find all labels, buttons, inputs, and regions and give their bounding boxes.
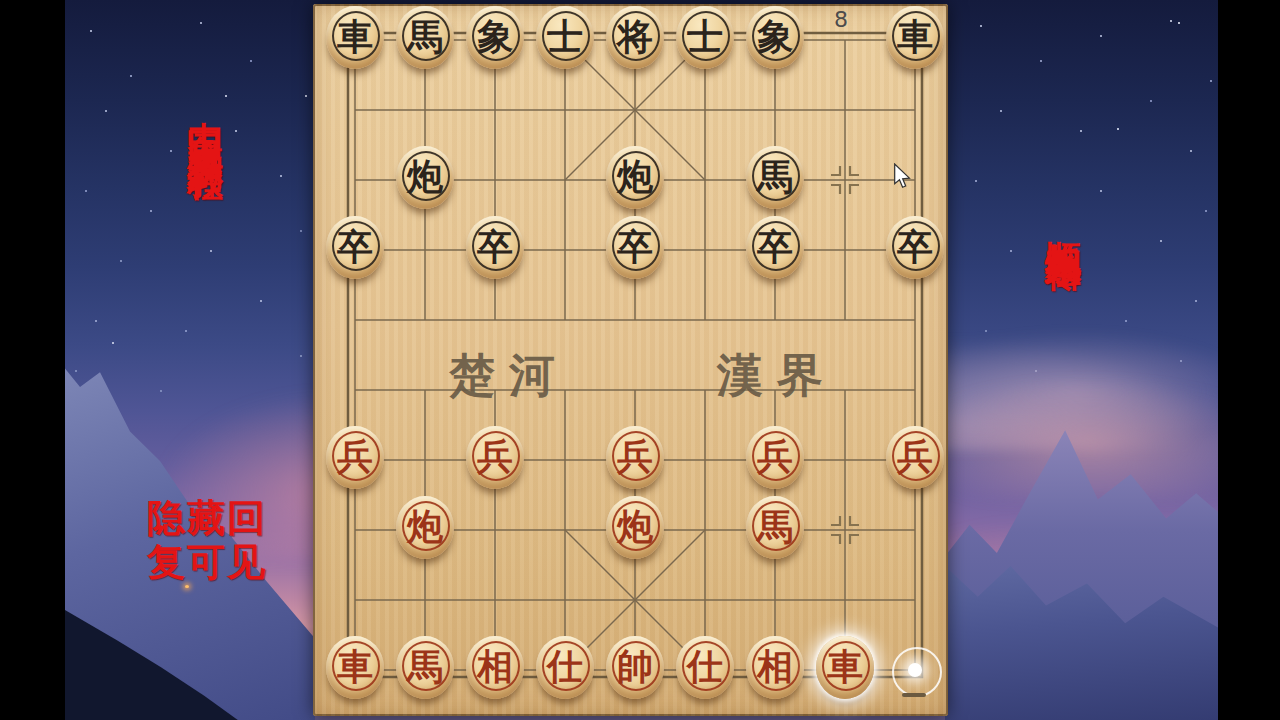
piece-black-elephant[interactable]: 象: [466, 6, 524, 69]
piece-glyph: 相: [466, 639, 524, 695]
piece-glyph: 卒: [886, 219, 944, 275]
piece-black-cannon[interactable]: 炮: [606, 146, 664, 209]
piece-glyph: 車: [816, 639, 874, 695]
edge-dash: [902, 693, 926, 697]
piece-glyph: 兵: [886, 429, 944, 485]
piece-red-general[interactable]: 帥: [606, 636, 664, 699]
piece-glyph: 炮: [606, 149, 664, 205]
piece-black-advisor[interactable]: 士: [676, 6, 734, 69]
letterbox-left: [0, 0, 65, 720]
bottom-caption-line1: 隐藏回: [147, 496, 277, 540]
board-grid: [313, 4, 948, 716]
piece-black-cannon[interactable]: 炮: [396, 146, 454, 209]
piece-glyph: 兵: [606, 429, 664, 485]
piece-glyph: 馬: [396, 639, 454, 695]
piece-black-elephant[interactable]: 象: [746, 6, 804, 69]
piece-black-soldier[interactable]: 卒: [606, 216, 664, 279]
piece-glyph: 車: [886, 9, 944, 65]
piece-glyph: 兵: [746, 429, 804, 485]
piece-black-soldier[interactable]: 卒: [466, 216, 524, 279]
piece-red-cannon[interactable]: 炮: [396, 496, 454, 559]
piece-black-soldier[interactable]: 卒: [746, 216, 804, 279]
piece-red-horse[interactable]: 馬: [396, 636, 454, 699]
piece-black-soldier[interactable]: 卒: [326, 216, 384, 279]
screen: 中国象棋系列教程 顺炮系列专辑 隐藏回 复可见: [0, 0, 1280, 720]
piece-glyph: 卒: [606, 219, 664, 275]
piece-red-soldier[interactable]: 兵: [886, 426, 944, 489]
piece-glyph: 兵: [466, 429, 524, 485]
piece-glyph: 象: [746, 9, 804, 65]
piece-red-rook[interactable]: 車: [326, 636, 384, 699]
piece-glyph: 兵: [326, 429, 384, 485]
move-origin-marker: [892, 647, 942, 697]
mouse-cursor: [893, 163, 913, 190]
piece-red-rook[interactable]: 車: [816, 636, 874, 699]
star-field: [65, 0, 67, 2]
piece-red-elephant[interactable]: 相: [466, 636, 524, 699]
xiangqi-board[interactable]: 楚河 漢界 8 車馬象士将士象車炮炮馬卒卒卒卒卒兵兵兵兵兵炮炮馬車馬相仕帥仕相車: [313, 4, 948, 716]
letterbox-right: [1218, 0, 1280, 720]
piece-glyph: 馬: [746, 149, 804, 205]
piece-glyph: 卒: [466, 219, 524, 275]
move-origin-dot: [908, 663, 922, 677]
piece-black-horse[interactable]: 馬: [746, 146, 804, 209]
piece-red-advisor[interactable]: 仕: [536, 636, 594, 699]
point-marker-icon: [827, 162, 863, 198]
piece-glyph: 仕: [676, 639, 734, 695]
piece-glyph: 象: [466, 9, 524, 65]
piece-glyph: 帥: [606, 639, 664, 695]
piece-red-soldier[interactable]: 兵: [466, 426, 524, 489]
right-caption: 顺炮系列专辑: [1038, 212, 1087, 230]
piece-glyph: 車: [326, 9, 384, 65]
piece-glyph: 炮: [606, 499, 664, 555]
distant-light: [185, 585, 189, 588]
piece-red-advisor[interactable]: 仕: [676, 636, 734, 699]
piece-glyph: 将: [606, 9, 664, 65]
piece-glyph: 士: [676, 9, 734, 65]
piece-red-soldier[interactable]: 兵: [606, 426, 664, 489]
left-caption: 中国象棋系列教程: [180, 92, 229, 148]
piece-glyph: 炮: [396, 149, 454, 205]
piece-glyph: 相: [746, 639, 804, 695]
piece-black-advisor[interactable]: 士: [536, 6, 594, 69]
piece-glyph: 馬: [746, 499, 804, 555]
river-label-han: 漢界: [717, 345, 837, 407]
point-marker-icon: [827, 512, 863, 548]
bottom-caption-line2: 复可见: [147, 540, 277, 584]
piece-red-horse[interactable]: 馬: [746, 496, 804, 559]
piece-red-cannon[interactable]: 炮: [606, 496, 664, 559]
piece-black-rook[interactable]: 車: [326, 6, 384, 69]
piece-glyph: 卒: [326, 219, 384, 275]
piece-black-horse[interactable]: 馬: [396, 6, 454, 69]
river-label-chu: 楚河: [449, 345, 569, 407]
piece-black-general[interactable]: 将: [606, 6, 664, 69]
bottom-caption: 隐藏回 复可见: [147, 496, 277, 584]
piece-glyph: 卒: [746, 219, 804, 275]
piece-red-elephant[interactable]: 相: [746, 636, 804, 699]
piece-glyph: 炮: [396, 499, 454, 555]
piece-red-soldier[interactable]: 兵: [326, 426, 384, 489]
piece-black-soldier[interactable]: 卒: [886, 216, 944, 279]
piece-red-soldier[interactable]: 兵: [746, 426, 804, 489]
piece-glyph: 仕: [536, 639, 594, 695]
file-number-label: 8: [821, 7, 861, 32]
piece-glyph: 士: [536, 9, 594, 65]
piece-black-rook[interactable]: 車: [886, 6, 944, 69]
piece-glyph: 車: [326, 639, 384, 695]
piece-glyph: 馬: [396, 9, 454, 65]
